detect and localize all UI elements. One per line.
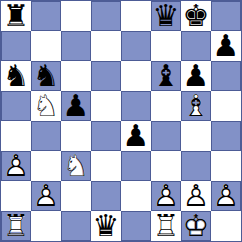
- square-h6[interactable]: [211, 61, 241, 91]
- square-b4[interactable]: [31, 121, 61, 151]
- square-f6[interactable]: ♝: [151, 61, 181, 91]
- piece-fill: ♜: [1, 1, 31, 31]
- square-e5[interactable]: [121, 91, 151, 121]
- square-d5[interactable]: [91, 91, 121, 121]
- white-rook[interactable]: ♜♖: [151, 211, 181, 241]
- square-a4[interactable]: [1, 121, 31, 151]
- white-knight[interactable]: ♞♘: [61, 151, 91, 181]
- white-pawn[interactable]: ♟♙: [181, 181, 211, 211]
- square-g6[interactable]: ♟: [181, 61, 211, 91]
- white-king[interactable]: ♚♔: [181, 211, 211, 241]
- piece-outline: ♗: [181, 91, 211, 121]
- black-knight[interactable]: ♞: [1, 61, 31, 91]
- square-b5[interactable]: ♞♘: [31, 91, 61, 121]
- square-g3[interactable]: [181, 151, 211, 181]
- square-d7[interactable]: [91, 31, 121, 61]
- square-c3[interactable]: ♞♘: [61, 151, 91, 181]
- square-h5[interactable]: [211, 91, 241, 121]
- piece-outline: ♖: [1, 211, 31, 241]
- piece-fill: ♟: [181, 61, 211, 91]
- square-a6[interactable]: ♞: [1, 61, 31, 91]
- square-a3[interactable]: ♟♙: [1, 151, 31, 181]
- square-a8[interactable]: ♜: [1, 1, 31, 31]
- square-c5[interactable]: ♟: [61, 91, 91, 121]
- white-pawn[interactable]: ♟♙: [1, 151, 31, 181]
- square-c7[interactable]: [61, 31, 91, 61]
- black-knight[interactable]: ♞: [31, 61, 61, 91]
- square-c8[interactable]: [61, 1, 91, 31]
- square-f5[interactable]: [151, 91, 181, 121]
- black-bishop[interactable]: ♝: [151, 61, 181, 91]
- square-a5[interactable]: [1, 91, 31, 121]
- square-d1[interactable]: ♛: [91, 211, 121, 241]
- square-b7[interactable]: [31, 31, 61, 61]
- square-d8[interactable]: [91, 1, 121, 31]
- square-e3[interactable]: [121, 151, 151, 181]
- square-e2[interactable]: [121, 181, 151, 211]
- square-b2[interactable]: ♟♙: [31, 181, 61, 211]
- square-f2[interactable]: ♟♙: [151, 181, 181, 211]
- square-e1[interactable]: [121, 211, 151, 241]
- white-bishop[interactable]: ♝♗: [181, 91, 211, 121]
- piece-outline: ♙: [31, 181, 61, 211]
- square-a7[interactable]: [1, 31, 31, 61]
- black-queen[interactable]: ♛: [151, 1, 181, 31]
- square-g8[interactable]: ♚: [181, 1, 211, 31]
- square-h3[interactable]: [211, 151, 241, 181]
- piece-fill: ♛: [151, 1, 181, 31]
- black-pawn[interactable]: ♟: [181, 61, 211, 91]
- square-g1[interactable]: ♚♔: [181, 211, 211, 241]
- white-knight[interactable]: ♞♘: [31, 91, 61, 121]
- square-f7[interactable]: [151, 31, 181, 61]
- piece-outline: ♙: [181, 181, 211, 211]
- black-king[interactable]: ♚: [181, 1, 211, 31]
- square-a2[interactable]: [1, 181, 31, 211]
- square-g5[interactable]: ♝♗: [181, 91, 211, 121]
- chess-board: ♜♛♚♟♞♞♝♟♞♘♟♝♗♟♟♙♞♘♟♙♟♙♟♙♟♙♜♖♛♜♖♚♔: [0, 0, 242, 242]
- square-h1[interactable]: [211, 211, 241, 241]
- black-queen[interactable]: ♛: [91, 211, 121, 241]
- square-b3[interactable]: [31, 151, 61, 181]
- square-f4[interactable]: [151, 121, 181, 151]
- square-e6[interactable]: [121, 61, 151, 91]
- piece-outline: ♔: [181, 211, 211, 241]
- square-e8[interactable]: [121, 1, 151, 31]
- piece-outline: ♖: [151, 211, 181, 241]
- white-pawn[interactable]: ♟♙: [31, 181, 61, 211]
- square-f1[interactable]: ♜♖: [151, 211, 181, 241]
- black-pawn[interactable]: ♟: [121, 121, 151, 151]
- piece-fill: ♟: [61, 91, 91, 121]
- square-e7[interactable]: [121, 31, 151, 61]
- square-b8[interactable]: [31, 1, 61, 31]
- piece-fill: ♚: [181, 1, 211, 31]
- piece-outline: ♙: [211, 181, 241, 211]
- piece-fill: ♟: [211, 31, 241, 61]
- square-c6[interactable]: [61, 61, 91, 91]
- square-d6[interactable]: [91, 61, 121, 91]
- square-h8[interactable]: [211, 1, 241, 31]
- piece-fill: ♛: [91, 211, 121, 241]
- piece-outline: ♘: [61, 151, 91, 181]
- square-d3[interactable]: [91, 151, 121, 181]
- square-c2[interactable]: [61, 181, 91, 211]
- piece-outline: ♙: [1, 151, 31, 181]
- white-rook[interactable]: ♜♖: [1, 211, 31, 241]
- piece-fill: ♞: [31, 61, 61, 91]
- black-pawn[interactable]: ♟: [61, 91, 91, 121]
- white-pawn[interactable]: ♟♙: [151, 181, 181, 211]
- square-b1[interactable]: [31, 211, 61, 241]
- piece-outline: ♙: [151, 181, 181, 211]
- piece-fill: ♟: [121, 121, 151, 151]
- piece-fill: ♝: [151, 61, 181, 91]
- square-g4[interactable]: [181, 121, 211, 151]
- square-h4[interactable]: [211, 121, 241, 151]
- piece-fill: ♞: [1, 61, 31, 91]
- square-f3[interactable]: [151, 151, 181, 181]
- square-c1[interactable]: [61, 211, 91, 241]
- square-h7[interactable]: ♟: [211, 31, 241, 61]
- square-g7[interactable]: [181, 31, 211, 61]
- black-rook[interactable]: ♜: [1, 1, 31, 31]
- black-pawn[interactable]: ♟: [211, 31, 241, 61]
- square-h2[interactable]: ♟♙: [211, 181, 241, 211]
- square-f8[interactable]: ♛: [151, 1, 181, 31]
- square-e4[interactable]: ♟: [121, 121, 151, 151]
- square-b6[interactable]: ♞: [31, 61, 61, 91]
- square-c4[interactable]: [61, 121, 91, 151]
- square-g2[interactable]: ♟♙: [181, 181, 211, 211]
- square-d2[interactable]: [91, 181, 121, 211]
- piece-outline: ♘: [31, 91, 61, 121]
- square-a1[interactable]: ♜♖: [1, 211, 31, 241]
- square-d4[interactable]: [91, 121, 121, 151]
- white-pawn[interactable]: ♟♙: [211, 181, 241, 211]
